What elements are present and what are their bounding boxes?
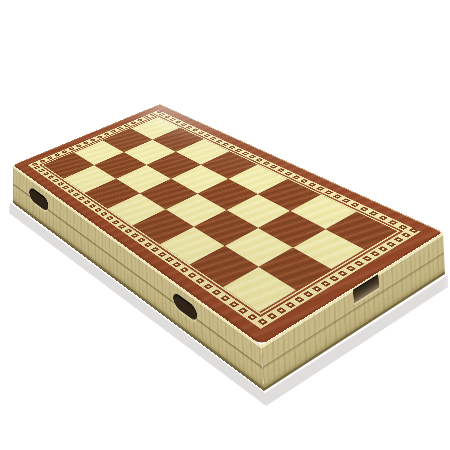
chessboard-product-photo xyxy=(0,0,450,450)
